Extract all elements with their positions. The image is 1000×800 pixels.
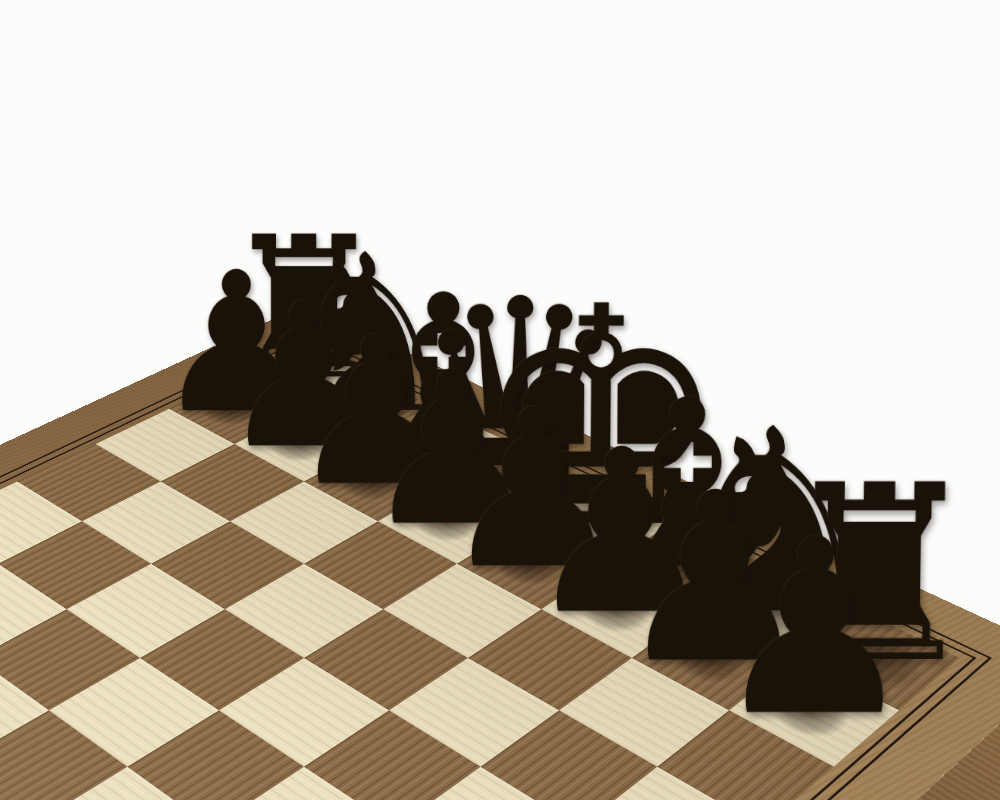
pieces-layer: ♜♞♟♝♟♛♟♚♟♝♟♞♟♜♟♟: [0, 305, 1000, 800]
photo-scene: ♜♞♟♝♟♛♟♚♟♝♟♞♟♜♟♟: [0, 0, 1000, 800]
chess-board: ♜♞♟♝♟♛♟♚♟♝♟♞♟♜♟♟: [0, 305, 1000, 800]
